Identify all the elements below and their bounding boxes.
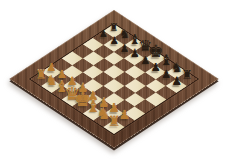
scene: ♜♞♝♛♚♝♞♜♟♟♟♟♟♟♟♟♟♟♟♟♟♟♟♟♜♞♝♛♚♝♞♜ xyxy=(0,0,228,168)
board-grid xyxy=(31,24,198,134)
chess-board xyxy=(40,5,188,153)
board-frame xyxy=(9,10,218,148)
